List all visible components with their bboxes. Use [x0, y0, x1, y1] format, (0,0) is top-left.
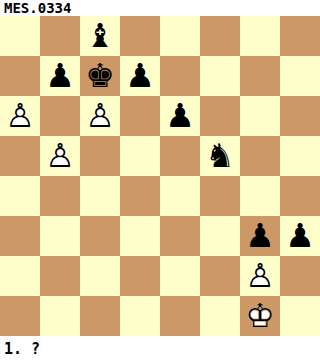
piece-outline-layer: ♙	[40, 136, 80, 176]
square-a4[interactable]	[0, 176, 40, 216]
square-c7[interactable]: ♚	[80, 56, 120, 96]
square-a7[interactable]	[0, 56, 40, 96]
chess-diagram: MES.0334 ♝♟♚♟♟♙♟♙♟♟♙♞♟♟♟♙♚♔ 1. ?	[0, 0, 320, 360]
diagram-id-label: MES.0334	[4, 0, 71, 16]
square-h8[interactable]	[280, 16, 320, 56]
square-e4[interactable]	[160, 176, 200, 216]
piece-outline-layer: ♙	[240, 256, 280, 296]
square-g6[interactable]	[240, 96, 280, 136]
square-f7[interactable]	[200, 56, 240, 96]
black-bishop[interactable]: ♝	[80, 16, 120, 56]
square-c8[interactable]: ♝	[80, 16, 120, 56]
square-d2[interactable]	[120, 256, 160, 296]
square-h3[interactable]: ♟	[280, 216, 320, 256]
square-c6[interactable]: ♟♙	[80, 96, 120, 136]
square-a6[interactable]: ♟♙	[0, 96, 40, 136]
square-a3[interactable]	[0, 216, 40, 256]
square-d7[interactable]: ♟	[120, 56, 160, 96]
square-d4[interactable]	[120, 176, 160, 216]
square-b5[interactable]: ♟♙	[40, 136, 80, 176]
square-c5[interactable]	[80, 136, 120, 176]
square-d3[interactable]	[120, 216, 160, 256]
square-b1[interactable]	[40, 296, 80, 336]
square-e8[interactable]	[160, 16, 200, 56]
square-e5[interactable]	[160, 136, 200, 176]
square-c4[interactable]	[80, 176, 120, 216]
black-pawn[interactable]: ♟	[40, 56, 80, 96]
square-b6[interactable]	[40, 96, 80, 136]
square-g5[interactable]	[240, 136, 280, 176]
square-h4[interactable]	[280, 176, 320, 216]
square-d8[interactable]	[120, 16, 160, 56]
square-f1[interactable]	[200, 296, 240, 336]
black-pawn[interactable]: ♟	[280, 216, 320, 256]
white-pawn[interactable]: ♟♙	[80, 96, 120, 136]
square-h6[interactable]	[280, 96, 320, 136]
square-h5[interactable]	[280, 136, 320, 176]
white-pawn[interactable]: ♟♙	[0, 96, 40, 136]
square-f8[interactable]	[200, 16, 240, 56]
square-h7[interactable]	[280, 56, 320, 96]
square-c2[interactable]	[80, 256, 120, 296]
square-b2[interactable]	[40, 256, 80, 296]
black-pawn[interactable]: ♟	[120, 56, 160, 96]
square-e3[interactable]	[160, 216, 200, 256]
square-f4[interactable]	[200, 176, 240, 216]
square-a8[interactable]	[0, 16, 40, 56]
square-c3[interactable]	[80, 216, 120, 256]
square-a2[interactable]	[0, 256, 40, 296]
white-pawn[interactable]: ♟♙	[40, 136, 80, 176]
square-b7[interactable]: ♟	[40, 56, 80, 96]
square-d1[interactable]	[120, 296, 160, 336]
square-a1[interactable]	[0, 296, 40, 336]
square-g2[interactable]: ♟♙	[240, 256, 280, 296]
chess-board: ♝♟♚♟♟♙♟♙♟♟♙♞♟♟♟♙♚♔	[0, 16, 320, 336]
square-d5[interactable]	[120, 136, 160, 176]
black-pawn[interactable]: ♟	[240, 216, 280, 256]
square-f5[interactable]: ♞	[200, 136, 240, 176]
square-g7[interactable]	[240, 56, 280, 96]
square-c1[interactable]	[80, 296, 120, 336]
square-g1[interactable]: ♚♔	[240, 296, 280, 336]
square-h2[interactable]	[280, 256, 320, 296]
square-f3[interactable]	[200, 216, 240, 256]
square-e1[interactable]	[160, 296, 200, 336]
black-king[interactable]: ♚	[80, 56, 120, 96]
square-f6[interactable]	[200, 96, 240, 136]
square-e2[interactable]	[160, 256, 200, 296]
piece-outline-layer: ♙	[80, 96, 120, 136]
piece-outline-layer: ♙	[0, 96, 40, 136]
square-d6[interactable]	[120, 96, 160, 136]
move-prompt-label: 1. ?	[4, 338, 40, 360]
square-g3[interactable]: ♟	[240, 216, 280, 256]
white-king[interactable]: ♚♔	[240, 296, 280, 336]
square-b8[interactable]	[40, 16, 80, 56]
square-e7[interactable]	[160, 56, 200, 96]
square-e6[interactable]: ♟	[160, 96, 200, 136]
square-g4[interactable]	[240, 176, 280, 216]
square-b3[interactable]	[40, 216, 80, 256]
piece-outline-layer: ♔	[240, 296, 280, 336]
square-f2[interactable]	[200, 256, 240, 296]
square-g8[interactable]	[240, 16, 280, 56]
black-knight[interactable]: ♞	[200, 136, 240, 176]
black-pawn[interactable]: ♟	[160, 96, 200, 136]
square-b4[interactable]	[40, 176, 80, 216]
square-h1[interactable]	[280, 296, 320, 336]
white-pawn[interactable]: ♟♙	[240, 256, 280, 296]
square-a5[interactable]	[0, 136, 40, 176]
